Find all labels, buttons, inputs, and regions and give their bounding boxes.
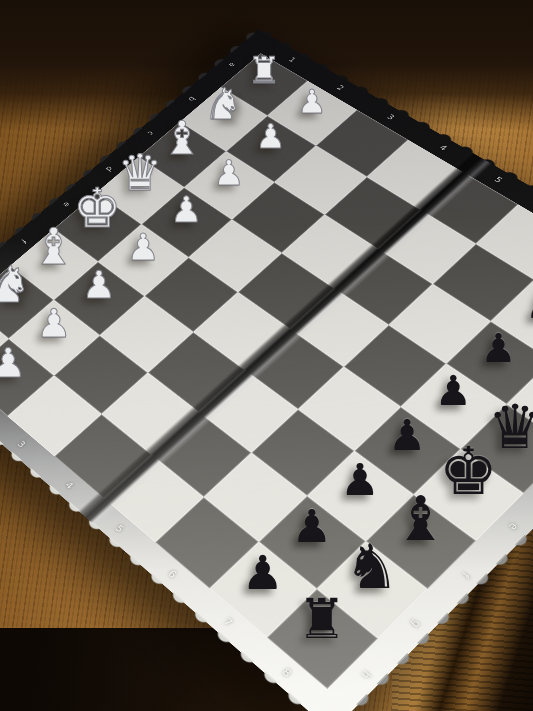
photo-scene: 1122334455667788aabbccddeeffgghh ♜♞♝♛♚♝♞… <box>0 0 533 711</box>
